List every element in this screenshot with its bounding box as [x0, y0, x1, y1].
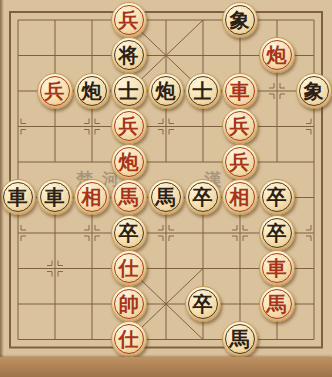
- piece-black-炮[interactable]: 炮: [74, 73, 110, 109]
- piece-label: 仕: [119, 258, 139, 278]
- piece-label: 馬: [119, 187, 139, 207]
- piece-label: 炮: [119, 151, 139, 171]
- piece-label: 炮: [156, 80, 176, 100]
- piece-red-炮[interactable]: 炮: [259, 37, 295, 73]
- piece-red-相[interactable]: 相: [222, 179, 258, 215]
- piece-label: 相: [230, 187, 250, 207]
- piece-black-象[interactable]: 象: [296, 73, 332, 109]
- piece-black-卒[interactable]: 卒: [259, 179, 295, 215]
- piece-black-車[interactable]: 車: [0, 179, 36, 215]
- piece-red-兵[interactable]: 兵: [222, 108, 258, 144]
- table-edge-bottom: [0, 357, 332, 377]
- piece-red-車[interactable]: 車: [222, 73, 258, 109]
- piece-label: 馬: [267, 293, 287, 313]
- piece-black-士[interactable]: 士: [111, 73, 147, 109]
- piece-label: 兵: [45, 80, 65, 100]
- piece-red-馬[interactable]: 馬: [111, 179, 147, 215]
- piece-red-兵[interactable]: 兵: [222, 144, 258, 180]
- piece-black-卒[interactable]: 卒: [111, 215, 147, 251]
- piece-black-卒[interactable]: 卒: [259, 215, 295, 251]
- piece-black-将[interactable]: 将: [111, 37, 147, 73]
- piece-label: 象: [230, 9, 250, 29]
- piece-label: 炮: [82, 80, 102, 100]
- piece-label: 士: [119, 80, 139, 100]
- piece-label: 兵: [119, 116, 139, 136]
- piece-red-仕[interactable]: 仕: [111, 250, 147, 286]
- piece-red-車[interactable]: 車: [259, 250, 295, 286]
- piece-red-兵[interactable]: 兵: [37, 73, 73, 109]
- piece-label: 馬: [230, 329, 250, 349]
- piece-label: 兵: [230, 151, 250, 171]
- piece-red-兵[interactable]: 兵: [111, 108, 147, 144]
- piece-red-仕[interactable]: 仕: [111, 321, 147, 357]
- piece-black-象[interactable]: 象: [222, 2, 258, 38]
- piece-black-士[interactable]: 士: [185, 73, 221, 109]
- piece-black-炮[interactable]: 炮: [148, 73, 184, 109]
- piece-red-相[interactable]: 相: [74, 179, 110, 215]
- xiangqi-app: 楚河 漢界 兵象将炮兵炮士炮士車象兵兵炮兵車車相馬馬卒相卒卒卒仕車帥卒馬仕馬: [0, 0, 332, 377]
- piece-red-帥[interactable]: 帥: [111, 286, 147, 322]
- piece-label: 帥: [119, 293, 139, 313]
- piece-label: 象: [304, 80, 324, 100]
- piece-label: 卒: [267, 222, 287, 242]
- piece-black-車[interactable]: 車: [37, 179, 73, 215]
- xiangqi-board[interactable]: 楚河 漢界 兵象将炮兵炮士炮士車象兵兵炮兵車車相馬馬卒相卒卒卒仕車帥卒馬仕馬: [0, 0, 332, 358]
- table-edge-left: [0, 0, 4, 377]
- piece-red-炮[interactable]: 炮: [111, 144, 147, 180]
- piece-label: 馬: [156, 187, 176, 207]
- piece-label: 仕: [119, 329, 139, 349]
- piece-label: 卒: [193, 293, 213, 313]
- piece-label: 卒: [119, 222, 139, 242]
- piece-label: 車: [267, 258, 287, 278]
- piece-label: 車: [230, 80, 250, 100]
- piece-label: 士: [193, 80, 213, 100]
- piece-label: 将: [119, 45, 139, 65]
- piece-label: 兵: [119, 9, 139, 29]
- piece-black-卒[interactable]: 卒: [185, 179, 221, 215]
- piece-label: 卒: [267, 187, 287, 207]
- piece-black-卒[interactable]: 卒: [185, 286, 221, 322]
- piece-label: 車: [45, 187, 65, 207]
- piece-label: 車: [8, 187, 28, 207]
- piece-label: 卒: [193, 187, 213, 207]
- piece-red-兵[interactable]: 兵: [111, 2, 147, 38]
- piece-label: 炮: [267, 45, 287, 65]
- piece-black-馬[interactable]: 馬: [222, 321, 258, 357]
- pieces-layer: 兵象将炮兵炮士炮士車象兵兵炮兵車車相馬馬卒相卒卒卒仕車帥卒馬仕馬: [0, 2, 332, 357]
- piece-label: 兵: [230, 116, 250, 136]
- piece-black-馬[interactable]: 馬: [148, 179, 184, 215]
- piece-label: 相: [82, 187, 102, 207]
- piece-red-馬[interactable]: 馬: [259, 286, 295, 322]
